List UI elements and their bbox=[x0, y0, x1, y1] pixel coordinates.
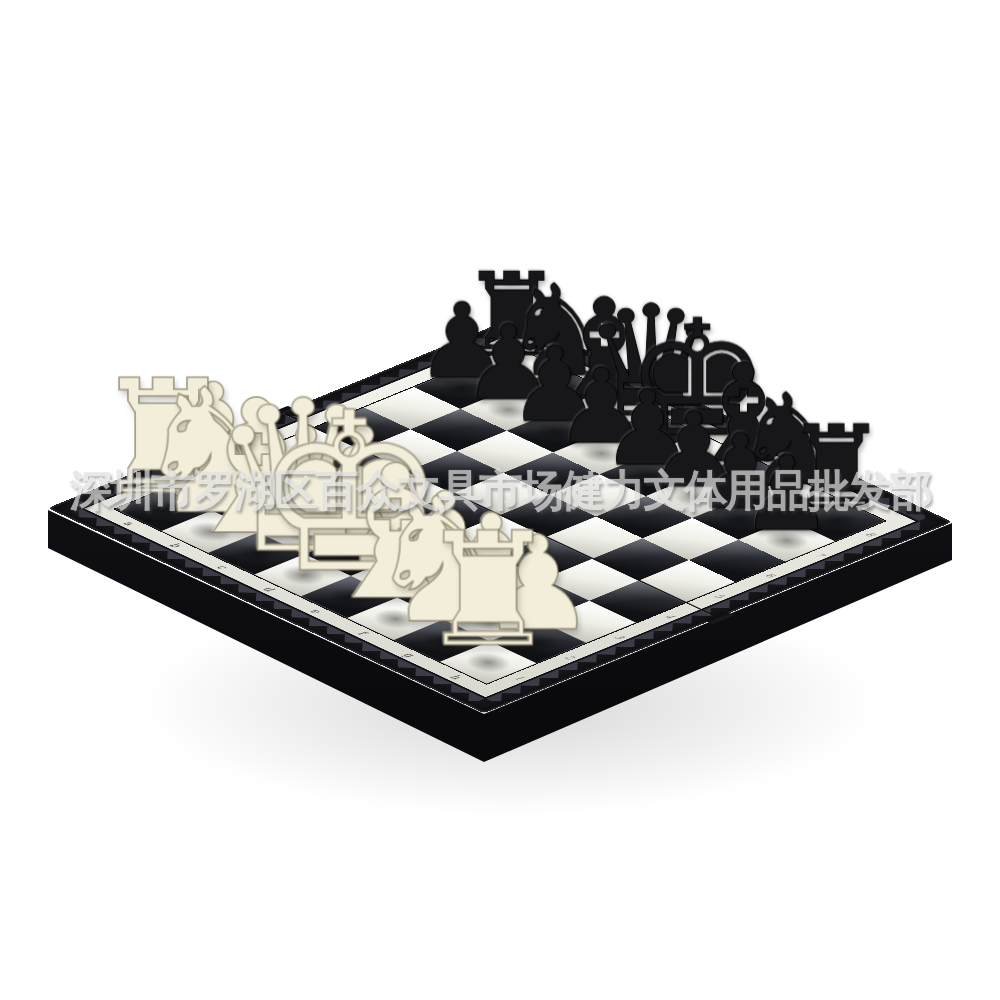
white-rook: ♜ bbox=[418, 512, 559, 670]
square-g5 bbox=[593, 538, 689, 580]
square-g6 bbox=[642, 518, 738, 560]
product-photo: ♜♞♝♛♚♝♞♜♟♟♟♟♟♟♟♟♟♟♟♟♟♟♟♟♜♞♝♛♚♝♞♜ abcdefg… bbox=[0, 0, 1000, 1000]
watermark-text: 深圳市罗湖区百众文具市场健力文体用品批发部 bbox=[0, 462, 1000, 520]
